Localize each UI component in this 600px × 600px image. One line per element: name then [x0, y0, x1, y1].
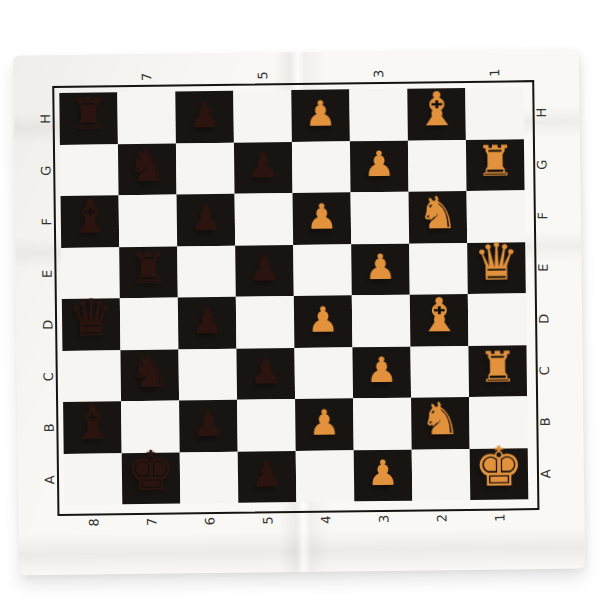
square-d2[interactable]: ♝	[410, 294, 469, 346]
piece-orange-knight-f2[interactable]: ♞	[417, 190, 458, 235]
square-g7[interactable]: ♞	[118, 143, 177, 195]
piece-dark-knight-c7[interactable]: ♞	[129, 348, 170, 393]
square-b5[interactable]	[237, 399, 296, 451]
square-c4[interactable]	[294, 347, 353, 399]
piece-dark-pawn-c5[interactable]: ♟	[250, 354, 282, 389]
vinyl-chess-mat: 7531 87654321 HGFEDCBA HGFEDCBA ♜♟♟♝♞♟♟♜…	[13, 49, 585, 576]
square-d1[interactable]	[468, 293, 527, 345]
chess-board: ♜♟♟♝♞♟♟♜♝♟♟♞♜♟♟♛♛♟♟♝♞♟♟♜♝♟♟♞♚♟♟♚	[59, 87, 528, 505]
square-c3[interactable]: ♟	[352, 346, 411, 398]
square-g6[interactable]	[176, 142, 235, 194]
piece-orange-queen-e1[interactable]: ♛	[473, 236, 519, 288]
square-a2[interactable]	[412, 448, 471, 500]
square-a6[interactable]	[180, 451, 239, 503]
piece-orange-bishop-h2[interactable]: ♝	[415, 85, 458, 133]
square-h8[interactable]: ♜	[59, 92, 118, 144]
square-e7[interactable]: ♜	[119, 246, 178, 298]
piece-dark-pawn-f6[interactable]: ♟	[190, 201, 222, 236]
square-b4[interactable]: ♟	[295, 398, 354, 450]
piece-dark-king-a7[interactable]: ♚	[126, 443, 176, 499]
piece-orange-pawn-b4[interactable]: ♟	[308, 405, 340, 440]
square-b2[interactable]: ♞	[411, 397, 470, 449]
square-h2[interactable]: ♝	[407, 88, 466, 140]
square-f2[interactable]: ♞	[409, 191, 468, 243]
piece-orange-pawn-h4[interactable]: ♟	[305, 96, 337, 131]
square-a4[interactable]	[296, 450, 355, 502]
piece-dark-bishop-f8[interactable]: ♝	[68, 193, 111, 241]
photo-scene: 7531 87654321 HGFEDCBA HGFEDCBA ♜♟♟♝♞♟♟♜…	[0, 0, 600, 600]
square-d6[interactable]: ♟	[178, 297, 237, 349]
square-g2[interactable]	[408, 139, 467, 191]
square-f6[interactable]: ♟	[177, 194, 236, 246]
square-c6[interactable]	[178, 348, 237, 400]
square-d4[interactable]: ♟	[294, 295, 353, 347]
square-h7[interactable]	[117, 91, 176, 143]
piece-dark-rook-h8[interactable]: ♜	[69, 94, 107, 136]
piece-dark-pawn-d6[interactable]: ♟	[191, 304, 223, 339]
square-e5[interactable]: ♟	[235, 245, 294, 297]
piece-orange-bishop-d2[interactable]: ♝	[418, 291, 461, 339]
square-b3[interactable]	[353, 398, 412, 450]
piece-dark-pawn-g5[interactable]: ♟	[247, 148, 279, 183]
square-d8[interactable]: ♛	[62, 298, 121, 350]
piece-dark-pawn-a5[interactable]: ♟	[251, 457, 283, 492]
square-f5[interactable]	[235, 193, 294, 245]
square-a5[interactable]: ♟	[238, 451, 297, 503]
piece-orange-pawn-g3[interactable]: ♟	[363, 147, 395, 182]
square-d7[interactable]	[120, 297, 179, 349]
piece-dark-pawn-h6[interactable]: ♟	[189, 98, 221, 133]
square-a7[interactable]: ♚	[122, 452, 181, 504]
square-a3[interactable]: ♟	[354, 449, 413, 501]
square-c1[interactable]: ♜	[468, 345, 527, 397]
square-h4[interactable]: ♟	[291, 89, 350, 141]
piece-orange-pawn-f4[interactable]: ♟	[306, 199, 338, 234]
piece-orange-pawn-c3[interactable]: ♟	[366, 353, 398, 388]
square-f8[interactable]: ♝	[61, 195, 120, 247]
piece-dark-rook-e7[interactable]: ♜	[129, 247, 167, 289]
piece-orange-king-a1[interactable]: ♚	[474, 439, 524, 495]
square-h6[interactable]: ♟	[175, 91, 234, 143]
square-c2[interactable]	[410, 345, 469, 397]
square-g3[interactable]: ♟	[350, 140, 409, 192]
square-a8[interactable]	[64, 453, 123, 505]
square-b6[interactable]: ♟	[179, 400, 238, 452]
square-e3[interactable]: ♟	[351, 243, 410, 295]
square-e4[interactable]	[293, 244, 352, 296]
square-h5[interactable]	[233, 90, 292, 142]
square-f3[interactable]	[351, 192, 410, 244]
square-g1[interactable]: ♜	[466, 139, 525, 191]
square-c5[interactable]: ♟	[236, 348, 295, 400]
square-a1[interactable]: ♚	[470, 448, 529, 500]
square-h3[interactable]	[349, 89, 408, 141]
piece-dark-bishop-b8[interactable]: ♝	[71, 399, 114, 447]
piece-orange-pawn-e3[interactable]: ♟	[365, 250, 397, 285]
piece-orange-knight-b2[interactable]: ♞	[420, 396, 461, 441]
square-c7[interactable]: ♞	[120, 349, 179, 401]
square-h1[interactable]	[465, 87, 524, 139]
square-d5[interactable]	[236, 296, 295, 348]
piece-orange-rook-c1[interactable]: ♜	[479, 346, 517, 388]
piece-dark-queen-d8[interactable]: ♛	[68, 293, 114, 345]
square-g4[interactable]	[292, 141, 351, 193]
piece-orange-pawn-a3[interactable]: ♟	[367, 456, 399, 491]
square-g5[interactable]: ♟	[234, 142, 293, 194]
piece-dark-pawn-e5[interactable]: ♟	[249, 251, 281, 286]
square-e1[interactable]: ♛	[467, 242, 526, 294]
square-f7[interactable]	[119, 194, 178, 246]
piece-orange-pawn-d4[interactable]: ♟	[307, 302, 339, 337]
square-d3[interactable]	[352, 295, 411, 347]
piece-dark-knight-g7[interactable]: ♞	[127, 142, 168, 187]
square-f4[interactable]: ♟	[293, 192, 352, 244]
square-e6[interactable]	[177, 245, 236, 297]
piece-dark-pawn-b6[interactable]: ♟	[192, 407, 224, 442]
square-b8[interactable]: ♝	[63, 401, 122, 453]
piece-orange-rook-g1[interactable]: ♜	[476, 140, 514, 182]
